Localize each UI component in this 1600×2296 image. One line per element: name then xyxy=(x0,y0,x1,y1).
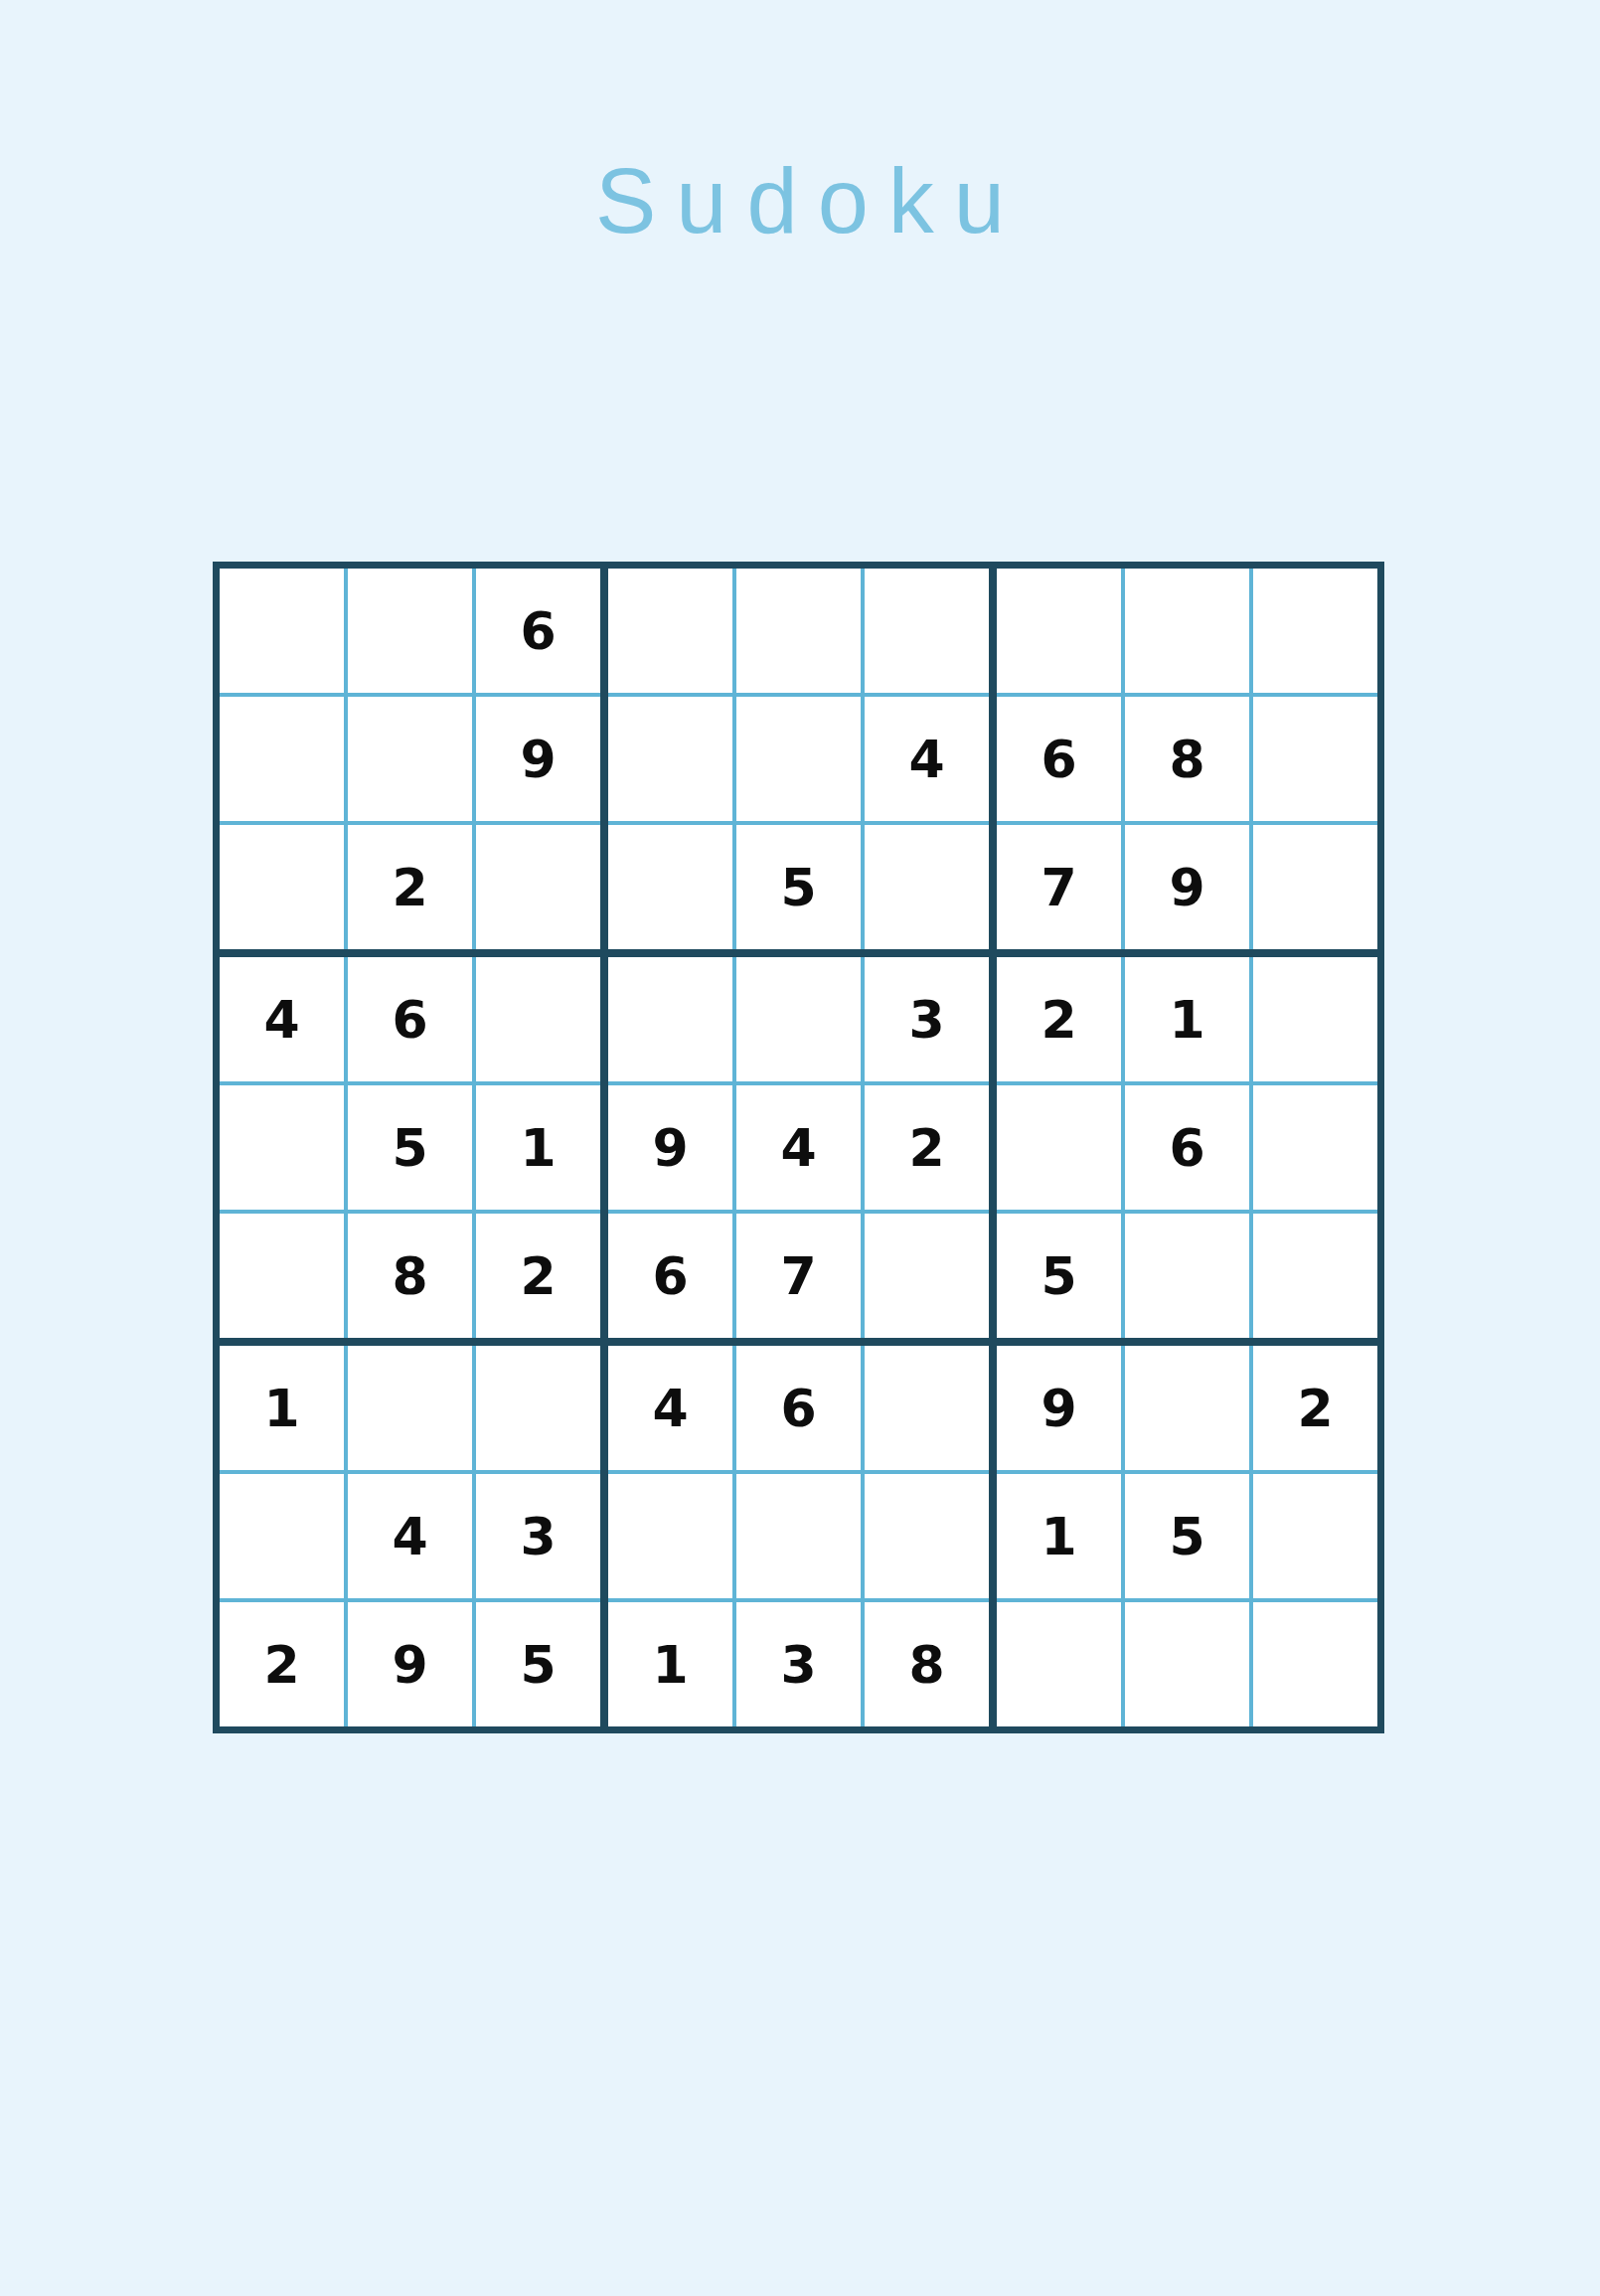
cell-r1c7[interactable] xyxy=(997,569,1121,693)
cell-r8c2: 4 xyxy=(348,1474,472,1598)
cell-r7c3[interactable] xyxy=(476,1346,600,1470)
cell-r6c9[interactable] xyxy=(1253,1214,1377,1338)
cell-r9c8[interactable] xyxy=(1125,1602,1249,1726)
box-r1c1: 692 xyxy=(220,569,600,949)
cell-r3c9[interactable] xyxy=(1253,825,1377,949)
cell-r5c4: 9 xyxy=(608,1085,732,1210)
cell-r5c6: 2 xyxy=(865,1085,989,1210)
cell-r6c7: 5 xyxy=(997,1214,1121,1338)
cell-r2c5[interactable] xyxy=(736,697,861,821)
cell-r9c7[interactable] xyxy=(997,1602,1121,1726)
cell-r4c3[interactable] xyxy=(476,957,600,1081)
cell-r7c5: 6 xyxy=(736,1346,861,1470)
box-r3c3: 9215 xyxy=(997,1346,1377,1726)
cell-r1c6[interactable] xyxy=(865,569,989,693)
cell-r2c3: 9 xyxy=(476,697,600,821)
cell-r8c5[interactable] xyxy=(736,1474,861,1598)
cell-r1c4[interactable] xyxy=(608,569,732,693)
cell-r4c8: 1 xyxy=(1125,957,1249,1081)
cell-r8c6[interactable] xyxy=(865,1474,989,1598)
cell-r5c7[interactable] xyxy=(997,1085,1121,1210)
cell-r8c4[interactable] xyxy=(608,1474,732,1598)
cell-r6c2: 8 xyxy=(348,1214,472,1338)
cell-r8c3: 3 xyxy=(476,1474,600,1598)
cell-r2c6: 4 xyxy=(865,697,989,821)
cell-r8c9[interactable] xyxy=(1253,1474,1377,1598)
cell-r6c1[interactable] xyxy=(220,1214,344,1338)
box-r3c1: 143295 xyxy=(220,1346,600,1726)
cell-r9c4: 1 xyxy=(608,1602,732,1726)
cell-r9c5: 3 xyxy=(736,1602,861,1726)
cell-r4c7: 2 xyxy=(997,957,1121,1081)
cell-r4c4[interactable] xyxy=(608,957,732,1081)
cell-r8c7: 1 xyxy=(997,1474,1121,1598)
cell-r7c9: 2 xyxy=(1253,1346,1377,1470)
cell-r1c2[interactable] xyxy=(348,569,472,693)
cell-r1c5[interactable] xyxy=(736,569,861,693)
cell-r1c9[interactable] xyxy=(1253,569,1377,693)
cell-r6c3: 2 xyxy=(476,1214,600,1338)
cell-r9c9[interactable] xyxy=(1253,1602,1377,1726)
box-r2c2: 394267 xyxy=(608,957,989,1338)
sudoku-board: 6924568794651823942672165143295461389215 xyxy=(213,562,1384,1733)
cell-r7c6[interactable] xyxy=(865,1346,989,1470)
cell-r5c8: 6 xyxy=(1125,1085,1249,1210)
cell-r4c6: 3 xyxy=(865,957,989,1081)
cell-r6c8[interactable] xyxy=(1125,1214,1249,1338)
cell-r9c3: 5 xyxy=(476,1602,600,1726)
cell-r7c7: 9 xyxy=(997,1346,1121,1470)
cell-r3c6[interactable] xyxy=(865,825,989,949)
cell-r4c1: 4 xyxy=(220,957,344,1081)
cell-r9c1: 2 xyxy=(220,1602,344,1726)
box-r3c2: 46138 xyxy=(608,1346,989,1726)
cell-r8c8: 5 xyxy=(1125,1474,1249,1598)
box-r1c2: 45 xyxy=(608,569,989,949)
cell-r6c4: 6 xyxy=(608,1214,732,1338)
cell-r1c3: 6 xyxy=(476,569,600,693)
cell-r6c5: 7 xyxy=(736,1214,861,1338)
cell-r6c6[interactable] xyxy=(865,1214,989,1338)
cell-r2c9[interactable] xyxy=(1253,697,1377,821)
cell-r5c3: 1 xyxy=(476,1085,600,1210)
box-r2c3: 2165 xyxy=(997,957,1377,1338)
cell-r9c6: 8 xyxy=(865,1602,989,1726)
page-title: Sudoku xyxy=(0,149,1600,253)
cell-r3c3[interactable] xyxy=(476,825,600,949)
box-r2c1: 465182 xyxy=(220,957,600,1338)
box-r1c3: 6879 xyxy=(997,569,1377,949)
cell-r3c2: 2 xyxy=(348,825,472,949)
cell-r4c5[interactable] xyxy=(736,957,861,1081)
cell-r4c9[interactable] xyxy=(1253,957,1377,1081)
cell-r2c4[interactable] xyxy=(608,697,732,821)
cell-r5c9[interactable] xyxy=(1253,1085,1377,1210)
cell-r3c8: 9 xyxy=(1125,825,1249,949)
cell-r5c1[interactable] xyxy=(220,1085,344,1210)
cell-r2c7: 6 xyxy=(997,697,1121,821)
cell-r8c1[interactable] xyxy=(220,1474,344,1598)
cell-r2c8: 8 xyxy=(1125,697,1249,821)
cell-r1c8[interactable] xyxy=(1125,569,1249,693)
cell-r3c7: 7 xyxy=(997,825,1121,949)
cell-r7c8[interactable] xyxy=(1125,1346,1249,1470)
cell-r5c2: 5 xyxy=(348,1085,472,1210)
cell-r2c1[interactable] xyxy=(220,697,344,821)
cell-r5c5: 4 xyxy=(736,1085,861,1210)
cell-r2c2[interactable] xyxy=(348,697,472,821)
cell-r4c2: 6 xyxy=(348,957,472,1081)
cell-r7c1: 1 xyxy=(220,1346,344,1470)
cell-r3c1[interactable] xyxy=(220,825,344,949)
cell-r3c5: 5 xyxy=(736,825,861,949)
cell-r9c2: 9 xyxy=(348,1602,472,1726)
cell-r7c2[interactable] xyxy=(348,1346,472,1470)
cell-r3c4[interactable] xyxy=(608,825,732,949)
cell-r7c4: 4 xyxy=(608,1346,732,1470)
cell-r1c1[interactable] xyxy=(220,569,344,693)
